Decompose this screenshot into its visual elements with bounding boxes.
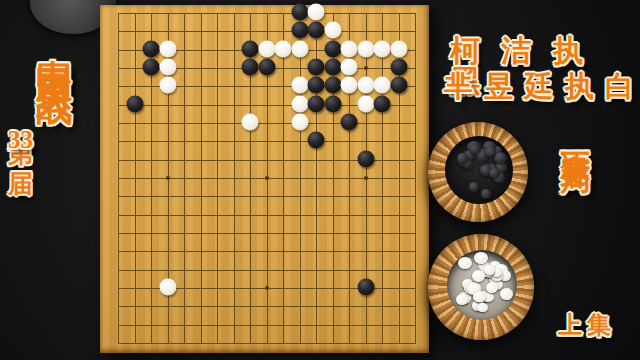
black-stone[interactable] [357,279,374,296]
grid-line [118,325,416,326]
black-stone[interactable] [143,40,160,57]
black-stone[interactable] [324,95,341,112]
bowl-stone [458,257,472,269]
bowl-stone [474,252,487,264]
white-stone[interactable] [324,22,341,39]
black-stone[interactable] [308,95,325,112]
white-stone[interactable] [374,77,391,94]
go-board[interactable] [100,5,429,353]
white-stone[interactable] [291,40,308,57]
black-stone[interactable] [308,132,325,149]
grid-line [118,233,416,234]
title-tournament: 中国围棋名人战 [36,30,72,65]
white-stone[interactable] [159,77,176,94]
star-point [364,176,368,180]
title-edition: 第33届 [8,120,33,159]
black-stones-in-bowl [445,136,513,204]
white-stone[interactable] [291,114,308,131]
black-stone[interactable] [390,77,407,94]
bowl-of-white-stones[interactable] [428,234,534,340]
star-point [265,286,269,290]
white-stones-in-bowl [447,250,517,320]
star-point [265,176,269,180]
black-stone[interactable] [126,95,143,112]
black-stone[interactable] [242,59,259,76]
grid-line [415,13,416,344]
black-stone[interactable] [308,77,325,94]
white-stone[interactable] [291,95,308,112]
black-stone[interactable] [258,59,275,76]
bowl-stone [489,168,500,178]
bowl-stone [484,265,495,275]
bowl-stone [469,144,481,154]
grid-line [283,13,284,344]
black-stone[interactable] [242,40,259,57]
white-stone[interactable] [357,40,374,57]
black-stone[interactable] [308,22,325,39]
black-stone[interactable] [143,59,160,76]
grid-line [118,306,416,307]
white-stone[interactable] [291,77,308,94]
edition-number: 33 [7,127,34,152]
black-stone[interactable] [291,22,308,39]
star-point [364,66,368,70]
grid-line [118,270,416,271]
black-stone[interactable] [324,40,341,57]
grid-line [118,343,416,344]
bowl-stone [473,291,485,302]
white-stone[interactable] [341,77,358,94]
white-stone[interactable] [258,40,275,57]
black-stone[interactable] [308,59,325,76]
caption-white-player: 芈 昱 廷 执 白 [444,72,636,101]
bowl-stone [481,189,491,198]
white-stone[interactable] [357,77,374,94]
grid-line [118,251,416,252]
white-stone[interactable] [159,59,176,76]
bowl-stone [477,303,487,312]
bowl-of-black-stones[interactable] [428,122,528,222]
white-stone[interactable] [159,40,176,57]
white-stone[interactable] [341,59,358,76]
white-stone[interactable] [308,4,325,21]
bowl-stone [486,282,499,293]
black-stone[interactable] [324,59,341,76]
black-stone[interactable] [341,114,358,131]
white-stone[interactable] [357,95,374,112]
black-stone[interactable] [324,77,341,94]
bowl-stone [500,288,513,299]
white-stone[interactable] [374,40,391,57]
bowl-stone [472,270,485,282]
caption-part: 上集 [558,313,616,337]
caption-stage: 决赛第一局 [560,126,590,146]
black-stone[interactable] [291,4,308,21]
white-stone[interactable] [341,40,358,57]
black-stone[interactable] [374,95,391,112]
grid-line [382,13,383,344]
bowl-stone [469,182,479,191]
grid-line [118,215,416,216]
bowl-stone [485,147,496,157]
white-stone[interactable] [390,40,407,57]
bowl-stone [494,152,507,164]
white-stone[interactable] [242,114,259,131]
star-point [166,176,170,180]
grid-line [118,196,416,197]
black-stone[interactable] [390,59,407,76]
grid-line [300,13,301,344]
white-stone[interactable] [275,40,292,57]
white-stone[interactable] [159,279,176,296]
black-stone[interactable] [357,150,374,167]
